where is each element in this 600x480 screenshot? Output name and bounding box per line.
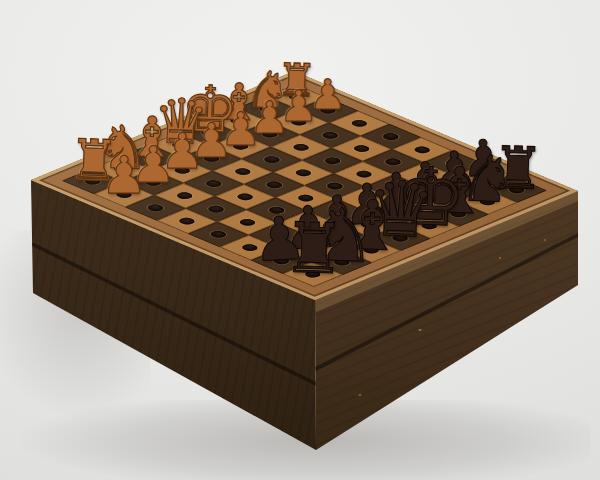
peg-hole — [323, 181, 346, 191]
peg-hole — [204, 204, 227, 214]
peg-hole — [328, 232, 351, 242]
peg-hole — [386, 208, 409, 218]
peg-hole — [207, 230, 230, 240]
peg-hole — [415, 196, 438, 206]
peg-hole — [316, 105, 339, 115]
peg-hole — [294, 193, 317, 203]
peg-hole — [355, 195, 378, 205]
peg-hole — [144, 203, 167, 213]
peg-hole — [296, 219, 319, 229]
peg-hole — [231, 167, 254, 177]
peg-hole — [301, 269, 324, 279]
peg-hole — [285, 92, 308, 102]
peg-hole — [256, 104, 279, 114]
peg-hole — [384, 183, 407, 193]
peg-hole — [173, 191, 196, 201]
peg-hole — [321, 156, 344, 166]
peg-hole — [418, 221, 441, 231]
peg-hole — [299, 244, 322, 254]
peg-hole — [267, 231, 290, 241]
photo-scene: ♜♞♝♛♚♝♞♜♟♟♟♟♟♟♟♟♟♟♟♟♟♟♟♟♜♞♝♛♚♝♞♜ — [0, 0, 600, 480]
peg-hole — [202, 179, 225, 189]
peg-hole — [168, 140, 191, 150]
peg-hole — [227, 116, 250, 126]
peg-hole — [447, 209, 470, 219]
peg-hole — [81, 176, 104, 186]
peg-hole — [270, 256, 293, 266]
peg-hole — [413, 170, 436, 180]
peg-hole — [200, 154, 223, 164]
peg-hole — [357, 220, 380, 230]
peg-hole — [474, 172, 497, 182]
peg-hole — [359, 245, 382, 255]
peg-hole — [290, 143, 313, 153]
peg-hole — [352, 169, 375, 179]
peg-hole — [388, 233, 411, 243]
peg-hole — [265, 205, 288, 215]
peg-hole — [287, 117, 310, 127]
peg-hole — [198, 128, 221, 138]
peg-hole — [258, 129, 281, 139]
peg-hole — [292, 168, 315, 178]
peg-hole — [350, 144, 373, 154]
peg-hole — [382, 157, 405, 167]
peg-hole — [142, 178, 165, 188]
peg-hole — [444, 184, 467, 194]
peg-hole — [234, 192, 257, 202]
peg-hole — [236, 218, 259, 228]
peg-hole — [263, 180, 286, 190]
peg-hole — [175, 216, 198, 226]
peg-hole — [112, 190, 135, 200]
peg-hole — [442, 158, 465, 168]
peg-hole — [110, 164, 133, 174]
peg-hole — [505, 185, 528, 195]
peg-hole — [238, 243, 261, 253]
peg-hole — [411, 145, 434, 155]
peg-hole — [319, 131, 342, 141]
peg-hole — [260, 155, 283, 165]
peg-hole — [171, 166, 194, 176]
peg-hole — [139, 152, 162, 162]
peg-hole — [330, 257, 353, 267]
peg-hole — [348, 119, 371, 129]
peg-hole — [326, 207, 349, 217]
peg-hole — [476, 197, 499, 207]
peg-hole — [229, 141, 252, 151]
peg-hole — [379, 132, 402, 142]
